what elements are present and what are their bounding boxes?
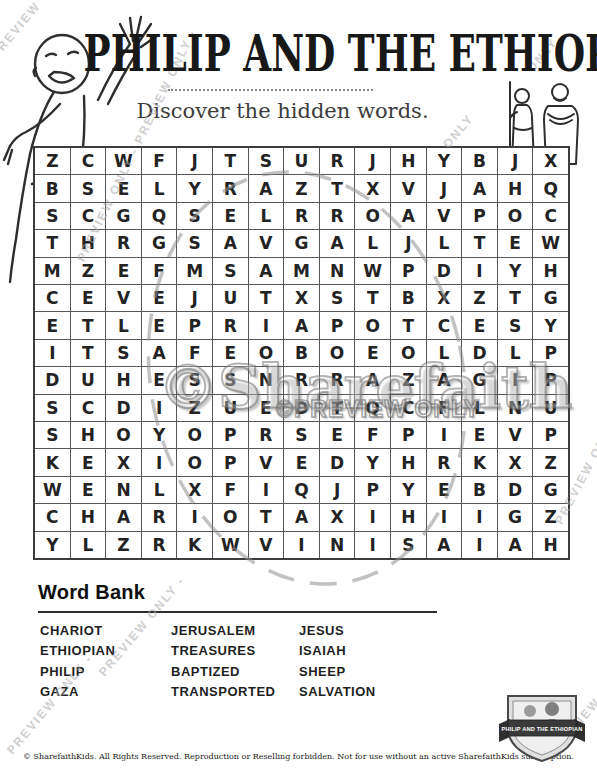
grid-cell[interactable]: R <box>249 422 284 448</box>
grid-cell[interactable]: I <box>462 504 497 530</box>
grid-cell[interactable]: Y <box>355 449 390 475</box>
grid-cell[interactable]: I <box>249 312 284 338</box>
grid-cell[interactable]: L <box>498 340 533 366</box>
grid-cell[interactable]: C <box>427 312 462 338</box>
grid-cell[interactable]: E <box>462 312 497 338</box>
grid-cell[interactable]: X <box>106 449 141 475</box>
grid-cell[interactable]: C <box>71 395 106 421</box>
word-search-grid: ZCWFJTSURJHYBJXBSELYRAZTXVJAHQSCGQSELRRO… <box>33 146 570 560</box>
grid-cell[interactable]: V <box>249 230 284 256</box>
grid-cell[interactable]: O <box>249 340 284 366</box>
grid-cell[interactable]: E <box>142 285 177 311</box>
word-bank-item: SHEEP <box>299 662 376 682</box>
grid-cell[interactable]: Y <box>391 477 426 503</box>
word-bank-item: TRANSPORTED <box>171 682 275 702</box>
grid-cell[interactable]: J <box>355 148 390 174</box>
grid-cell[interactable]: V <box>427 203 462 229</box>
grid-cell[interactable]: R <box>427 449 462 475</box>
grid-cell[interactable]: A <box>284 504 319 530</box>
grid-cell[interactable]: G <box>106 203 141 229</box>
word-bank-item: TREASURES <box>171 641 275 661</box>
grid-cell[interactable]: S <box>71 175 106 201</box>
word-bank-item: SALVATION <box>299 682 376 702</box>
grid-cell[interactable]: O <box>355 312 390 338</box>
grid-cell[interactable]: A <box>320 230 355 256</box>
grid-cell[interactable]: D <box>498 477 533 503</box>
grid-cell[interactable]: W <box>35 477 70 503</box>
grid-cell[interactable]: R <box>142 532 177 558</box>
grid-cell[interactable]: R <box>106 230 141 256</box>
word-bank-item: JERUSALEM <box>171 621 275 641</box>
grid-cell[interactable]: P <box>177 312 212 338</box>
grid-cell[interactable]: T <box>71 312 106 338</box>
grid-cell[interactable]: T <box>320 175 355 201</box>
grid-cell[interactable]: S <box>177 230 212 256</box>
grid-cell[interactable]: M <box>177 258 212 284</box>
grid-cell[interactable]: L <box>355 230 390 256</box>
grid-cell[interactable]: C <box>391 395 426 421</box>
grid-cell[interactable]: A <box>427 532 462 558</box>
grid-cell[interactable]: D <box>284 395 319 421</box>
grid-cell[interactable]: P <box>355 477 390 503</box>
grid-cell[interactable]: Z <box>533 504 568 530</box>
grid-cell[interactable]: L <box>427 340 462 366</box>
grid-cell[interactable]: I <box>427 422 462 448</box>
grid-cell[interactable]: A <box>213 230 248 256</box>
grid-cell[interactable]: J <box>427 175 462 201</box>
grid-cell[interactable]: T <box>71 340 106 366</box>
grid-cell[interactable]: O <box>320 340 355 366</box>
grid-cell[interactable]: P <box>533 367 568 393</box>
grid-cell[interactable]: O <box>498 203 533 229</box>
grid-cell[interactable]: W <box>355 258 390 284</box>
grid-cell[interactable]: I <box>498 367 533 393</box>
grid-cell[interactable]: B <box>462 477 497 503</box>
page-title: PHILIP AND THE ETHIOPIAN <box>84 24 514 83</box>
grid-cell[interactable]: O <box>213 504 248 530</box>
grid-cell[interactable]: O <box>177 422 212 448</box>
word-bank-column: JESUSISAIAHSHEEPSALVATION <box>299 621 376 703</box>
grid-cell[interactable]: S <box>249 148 284 174</box>
grid-cell[interactable]: F <box>427 395 462 421</box>
grid-cell[interactable]: V <box>249 449 284 475</box>
grid-cell[interactable]: J <box>391 230 426 256</box>
grid-cell[interactable]: T <box>355 285 390 311</box>
grid-cell[interactable]: O <box>355 203 390 229</box>
grid-cell[interactable]: J <box>320 477 355 503</box>
word-bank-rule <box>38 611 437 613</box>
grid-cell[interactable]: S <box>106 340 141 366</box>
grid-cell[interactable]: N <box>498 395 533 421</box>
grid-cell[interactable]: I <box>142 449 177 475</box>
grid-cell[interactable]: F <box>355 422 390 448</box>
grid-cell[interactable]: Y <box>533 312 568 338</box>
grid-cell[interactable]: S <box>284 422 319 448</box>
grid-cell[interactable]: E <box>249 395 284 421</box>
grid-cell[interactable]: B <box>391 285 426 311</box>
grid-cell[interactable]: H <box>71 422 106 448</box>
grid-cell[interactable]: T <box>249 504 284 530</box>
grid-cell[interactable]: R <box>320 203 355 229</box>
grid-cell[interactable]: E <box>71 285 106 311</box>
grid-cell[interactable]: S <box>35 395 70 421</box>
grid-cell[interactable]: V <box>249 532 284 558</box>
grid-cell[interactable]: W <box>106 148 141 174</box>
grid-cell[interactable]: J <box>498 148 533 174</box>
grid-cell[interactable]: A <box>249 258 284 284</box>
grid-cell[interactable]: G <box>533 285 568 311</box>
grid-cell[interactable]: H <box>498 175 533 201</box>
grid-cell[interactable]: C <box>533 203 568 229</box>
grid-cell[interactable]: L <box>142 175 177 201</box>
grid-cell[interactable]: G <box>462 367 497 393</box>
grid-cell[interactable]: K <box>462 449 497 475</box>
grid-cell[interactable]: Q <box>142 203 177 229</box>
word-bank-item: ISAIAH <box>299 641 376 661</box>
grid-cell[interactable]: T <box>213 148 248 174</box>
grid-cell[interactable]: E <box>284 449 319 475</box>
grid-cell[interactable]: J <box>177 285 212 311</box>
grid-cell[interactable]: A <box>142 340 177 366</box>
grid-cell[interactable]: R <box>320 148 355 174</box>
grid-cell[interactable]: K <box>35 449 70 475</box>
grid-cell[interactable]: X <box>284 285 319 311</box>
grid-cell[interactable]: N <box>320 258 355 284</box>
grid-cell[interactable]: T <box>498 285 533 311</box>
grid-cell[interactable]: Z <box>177 395 212 421</box>
grid-cell[interactable]: S <box>177 203 212 229</box>
grid-cell[interactable]: H <box>391 449 426 475</box>
grid-cell[interactable]: I <box>35 340 70 366</box>
grid-cell[interactable]: P <box>213 422 248 448</box>
grid-cell[interactable]: T <box>249 285 284 311</box>
dotted-divider <box>168 89 373 91</box>
word-bank-item: PHILIP <box>40 662 115 682</box>
grid-cell[interactable]: F <box>213 477 248 503</box>
grid-cell[interactable]: S <box>498 312 533 338</box>
grid-cell[interactable]: A <box>106 504 141 530</box>
grid-cell[interactable]: E <box>355 340 390 366</box>
grid-cell[interactable]: E <box>142 312 177 338</box>
badge-label: PHILIP AND THE ETHIOPIAN <box>502 726 583 732</box>
grid-cell[interactable]: M <box>35 258 70 284</box>
grid-cell[interactable]: I <box>427 504 462 530</box>
grid-cell[interactable]: D <box>320 449 355 475</box>
grid-cell[interactable]: F <box>142 258 177 284</box>
grid-cell[interactable]: H <box>71 504 106 530</box>
grid-cell[interactable]: N <box>320 532 355 558</box>
grid-cell[interactable]: B <box>35 175 70 201</box>
grid-cell[interactable]: E <box>498 230 533 256</box>
grid-cell[interactable]: O <box>177 449 212 475</box>
grid-cell[interactable]: H <box>71 230 106 256</box>
grid-cell[interactable]: N <box>106 477 141 503</box>
grid-cell[interactable]: Y <box>142 422 177 448</box>
word-bank-item: JESUS <box>299 621 376 641</box>
grid-cell[interactable]: E <box>71 477 106 503</box>
grid-cell[interactable]: E <box>320 422 355 448</box>
grid-cell[interactable]: Z <box>462 285 497 311</box>
grid-cell[interactable]: Y <box>177 175 212 201</box>
grid-cell[interactable]: I <box>355 504 390 530</box>
grid-cell[interactable]: X <box>320 504 355 530</box>
grid-cell[interactable]: Z <box>106 532 141 558</box>
grid-cell[interactable]: U <box>213 285 248 311</box>
grid-cell[interactable]: T <box>462 230 497 256</box>
grid-cell[interactable]: R <box>213 312 248 338</box>
grid-cell[interactable]: X <box>498 449 533 475</box>
grid-cell[interactable]: E <box>213 340 248 366</box>
grid-cell[interactable]: S <box>35 422 70 448</box>
grid-cell[interactable]: R <box>284 203 319 229</box>
grid-cell[interactable]: H <box>391 148 426 174</box>
grid-cell[interactable]: P <box>391 422 426 448</box>
word-bank-item: BAPTIZED <box>171 662 275 682</box>
grid-cell[interactable]: H <box>533 532 568 558</box>
grid-cell[interactable]: R <box>142 504 177 530</box>
grid-cell[interactable]: H <box>106 367 141 393</box>
grid-cell[interactable]: O <box>106 422 141 448</box>
grid-cell[interactable]: E <box>142 367 177 393</box>
grid-cell[interactable]: C <box>35 504 70 530</box>
grid-cell[interactable]: T <box>35 230 70 256</box>
grid-cell[interactable]: A <box>284 312 319 338</box>
grid-cell[interactable]: P <box>533 422 568 448</box>
grid-cell[interactable]: S <box>213 367 248 393</box>
grid-cell[interactable]: W <box>533 230 568 256</box>
grid-cell[interactable]: V <box>106 285 141 311</box>
word-bank-heading: Word Bank <box>38 581 145 604</box>
grid-cell[interactable]: L <box>142 477 177 503</box>
grid-cell[interactable]: A <box>249 175 284 201</box>
grid-cell[interactable]: R <box>213 175 248 201</box>
grid-cell[interactable]: I <box>284 532 319 558</box>
grid-cell[interactable]: I <box>249 477 284 503</box>
grid-cell[interactable]: B <box>462 148 497 174</box>
grid-cell[interactable]: E <box>213 203 248 229</box>
grid-cell[interactable]: Y <box>427 148 462 174</box>
grid-cell[interactable]: O <box>391 340 426 366</box>
grid-cell[interactable]: Z <box>35 148 70 174</box>
grid-cell[interactable]: J <box>177 148 212 174</box>
grid-cell[interactable]: G <box>533 477 568 503</box>
grid-cell[interactable]: A <box>427 367 462 393</box>
grid-cell[interactable]: V <box>498 422 533 448</box>
grid-cell[interactable]: L <box>106 312 141 338</box>
grid-cell[interactable]: C <box>71 148 106 174</box>
grid-cell[interactable]: P <box>213 449 248 475</box>
word-bank-item: GAZA <box>40 682 115 702</box>
grid-cell[interactable]: E <box>106 175 141 201</box>
grid-cell[interactable]: C <box>35 285 70 311</box>
grid-cell[interactable]: L <box>71 532 106 558</box>
grid-cell[interactable]: F <box>142 148 177 174</box>
grid-cell[interactable]: Q <box>355 395 390 421</box>
word-bank-column: CHARIOTETHIOPIANPHILIPGAZA <box>40 621 115 703</box>
grid-cell[interactable]: X <box>533 148 568 174</box>
grid-cell[interactable]: R <box>320 367 355 393</box>
grid-cell[interactable]: A <box>391 203 426 229</box>
grid-cell[interactable]: F <box>177 340 212 366</box>
word-bank-item: CHARIOT <box>40 621 115 641</box>
grid-cell[interactable]: A <box>498 532 533 558</box>
grid-cell[interactable]: S <box>320 285 355 311</box>
grid-cell[interactable]: X <box>177 477 212 503</box>
grid-cell[interactable]: S <box>391 532 426 558</box>
grid-cell[interactable]: D <box>462 340 497 366</box>
word-bank-column: JERUSALEMTREASURESBAPTIZEDTRANSPORTED <box>171 621 275 703</box>
grid-cell[interactable]: M <box>284 258 319 284</box>
grid-cell[interactable]: A <box>355 367 390 393</box>
grid-cell[interactable]: Z <box>391 367 426 393</box>
grid-cell[interactable]: C <box>71 203 106 229</box>
grid-cell[interactable]: N <box>249 367 284 393</box>
grid-cell[interactable]: D <box>427 258 462 284</box>
word-bank-item: ETHIOPIAN <box>40 641 115 661</box>
grid-cell[interactable]: U <box>533 395 568 421</box>
grid-cell[interactable]: U <box>71 367 106 393</box>
grid-cell[interactable]: G <box>498 504 533 530</box>
grid-cell[interactable]: P <box>320 312 355 338</box>
sharefaith-kids-badge: PHILIP AND THE ETHIOPIAN <box>497 694 587 764</box>
grid-cell[interactable]: V <box>391 175 426 201</box>
grid-cell[interactable]: S <box>35 203 70 229</box>
grid-cell[interactable]: E <box>71 449 106 475</box>
grid-cell[interactable]: Z <box>533 449 568 475</box>
grid-cell[interactable]: Q <box>284 477 319 503</box>
grid-cell[interactable]: D <box>106 395 141 421</box>
grid-cell[interactable]: L <box>462 395 497 421</box>
grid-cell[interactable]: I <box>177 504 212 530</box>
grid-cell[interactable]: D <box>35 367 70 393</box>
grid-cell[interactable]: K <box>177 532 212 558</box>
grid-cell[interactable]: G <box>142 230 177 256</box>
grid-cell[interactable]: R <box>284 367 319 393</box>
grid-cell[interactable]: T <box>320 395 355 421</box>
grid-cell[interactable]: I <box>462 258 497 284</box>
grid-cell[interactable]: E <box>427 477 462 503</box>
grid-cell[interactable]: A <box>462 175 497 201</box>
grid-cell[interactable]: Q <box>533 175 568 201</box>
grid-cell[interactable]: P <box>462 203 497 229</box>
grid-cell[interactable]: G <box>284 230 319 256</box>
grid-cell[interactable]: I <box>355 532 390 558</box>
grid-cell[interactable]: B <box>284 340 319 366</box>
grid-cell[interactable]: X <box>427 285 462 311</box>
grid-cell[interactable]: E <box>35 312 70 338</box>
grid-cell[interactable]: W <box>213 532 248 558</box>
grid-cell[interactable]: L <box>249 203 284 229</box>
grid-cell[interactable]: I <box>462 532 497 558</box>
grid-cell[interactable]: Y <box>35 532 70 558</box>
grid-cell[interactable]: E <box>106 258 141 284</box>
grid-cell[interactable]: H <box>533 258 568 284</box>
grid-cell[interactable]: Z <box>71 258 106 284</box>
grid-cell[interactable]: E <box>462 422 497 448</box>
grid-cell[interactable]: L <box>427 230 462 256</box>
grid-cell[interactable]: I <box>142 395 177 421</box>
grid-cell[interactable]: U <box>213 395 248 421</box>
grid-cell[interactable]: Z <box>284 175 319 201</box>
page-subtitle: Discover the hidden words. <box>0 99 565 123</box>
grid-cell[interactable]: Y <box>498 258 533 284</box>
grid-cell[interactable]: X <box>355 175 390 201</box>
grid-cell[interactable]: S <box>213 258 248 284</box>
grid-cell[interactable]: U <box>284 148 319 174</box>
grid-cell[interactable]: P <box>391 258 426 284</box>
grid-cell[interactable]: S <box>177 367 212 393</box>
grid-cell[interactable]: H <box>391 504 426 530</box>
grid-cell[interactable]: T <box>391 312 426 338</box>
grid-cell[interactable]: P <box>533 340 568 366</box>
